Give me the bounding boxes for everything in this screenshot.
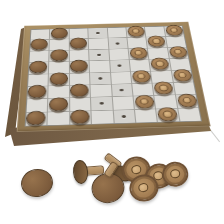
loose-pieces-tray	[0, 0, 224, 224]
peg-stem-end	[131, 164, 142, 175]
photo-canvas	[0, 0, 224, 224]
loose-piece-disc-flat[interactable]	[18, 166, 55, 200]
loose-piece-big-cap[interactable]	[88, 169, 127, 206]
peg-stem-end	[170, 169, 181, 179]
peg-stem-end	[138, 182, 149, 193]
peg-cap	[18, 166, 55, 200]
peg-cap	[72, 159, 89, 184]
